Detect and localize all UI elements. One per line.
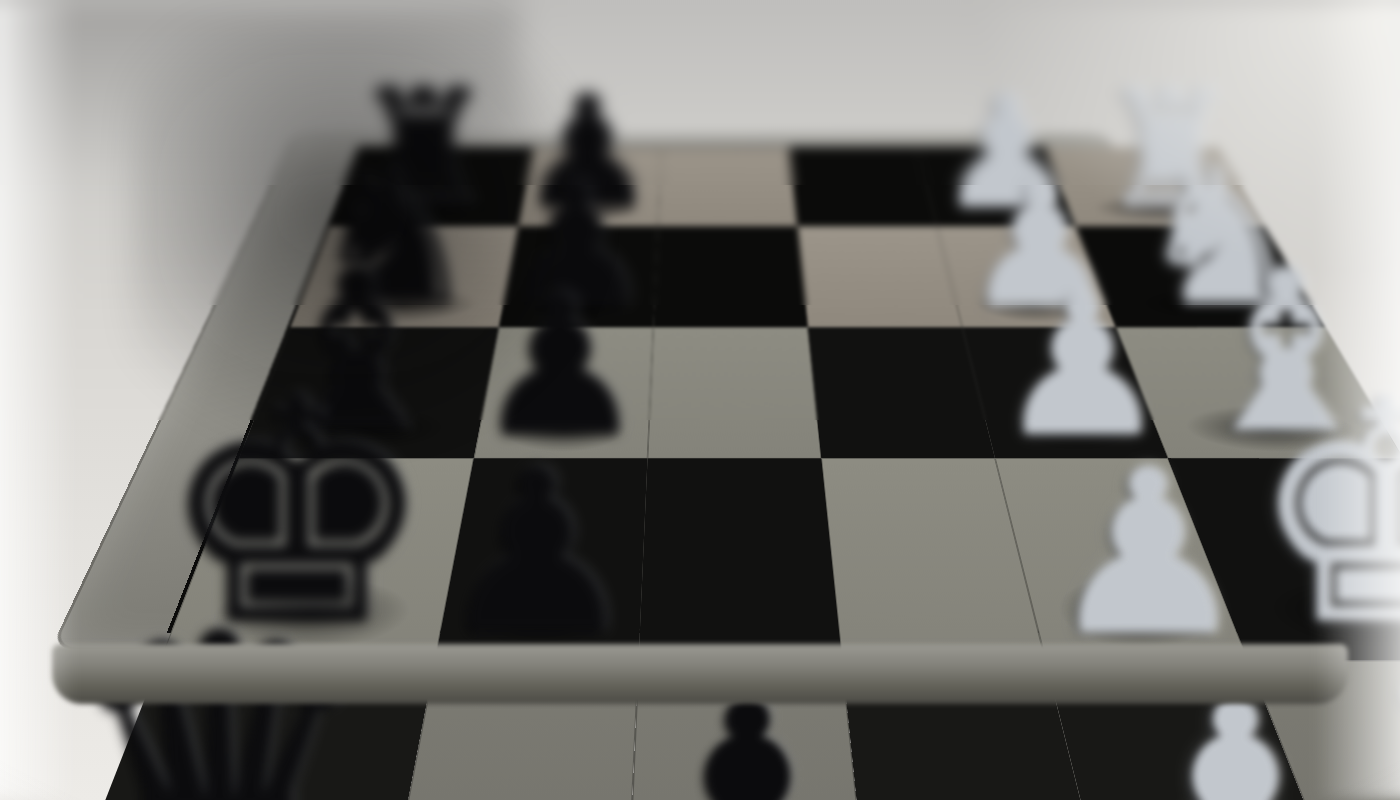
black-pawn-e7: ♟: [435, 440, 638, 667]
square-d2: ♟: [1045, 661, 1355, 800]
square-g4: [797, 226, 962, 327]
square-h4: [789, 147, 936, 226]
white-pawn-d2: ♟: [1113, 667, 1356, 800]
board-grid: ♜♟♟♜♞♟♟♞♝♟♟♝♚♟♟♚♛♟♟♛♝♟♟♝♞♟♟♞♜♟♟♜: [167, 146, 1242, 633]
square-g5: [653, 226, 807, 327]
square-h5: [658, 147, 797, 226]
square-e4: [821, 458, 1045, 661]
white-queen-d1: ♛: [1364, 588, 1400, 800]
square-e7: ♟: [435, 458, 647, 661]
chess-photo-scene: ♜♟♟♜♞♟♟♞♝♟♟♝♚♟♟♚♛♟♟♛♝♟♟♝♞♟♟♞♜♟♟♜: [0, 0, 1400, 800]
white-pawn-e2: ♟: [1045, 440, 1248, 667]
board-frame: ♜♟♟♜♞♟♟♞♝♟♟♝♚♟♟♚♛♟♟♛♝♟♟♝♞♟♟♞♜♟♟♜: [50, 134, 1350, 650]
black-pawn-d5: ♟: [627, 667, 870, 800]
black-queen-d8: ♛: [62, 588, 375, 800]
chess-board: ♜♟♟♜♞♟♟♞♝♟♟♝♚♟♟♚♛♟♟♛♝♟♟♝♞♟♟♞♜♟♟♜: [50, 134, 1350, 650]
square-f5: [648, 327, 821, 458]
square-d5: ♟: [627, 661, 870, 800]
square-e5: [639, 458, 842, 661]
square-d8: ♛: [54, 661, 435, 800]
